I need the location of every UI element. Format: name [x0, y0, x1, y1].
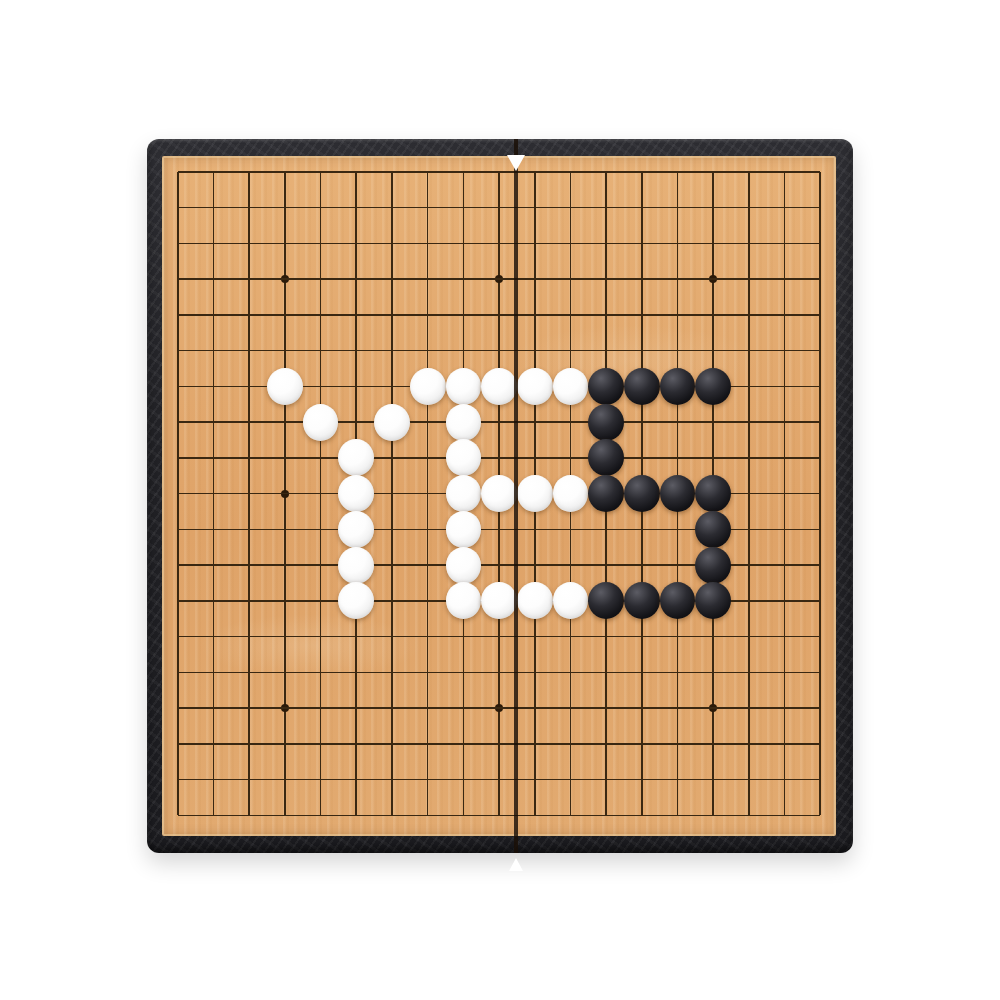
intersection [338, 690, 374, 726]
intersection [267, 583, 303, 619]
intersection [624, 261, 660, 297]
intersection [553, 261, 589, 297]
intersection [588, 547, 624, 583]
intersection [802, 261, 838, 297]
white-stone [446, 404, 482, 441]
intersection [231, 655, 267, 691]
intersection [695, 476, 731, 512]
intersection [660, 655, 696, 691]
intersection [731, 440, 767, 476]
intersection [517, 369, 553, 405]
intersection [338, 440, 374, 476]
intersection [553, 690, 589, 726]
intersection [517, 226, 553, 262]
intersection [588, 690, 624, 726]
intersection [695, 297, 731, 333]
intersection [517, 798, 553, 834]
intersection [731, 762, 767, 798]
intersection [338, 226, 374, 262]
intersection [660, 798, 696, 834]
intersection [553, 476, 589, 512]
intersection [267, 261, 303, 297]
white-stone [517, 475, 553, 512]
white-stone [446, 511, 482, 548]
intersection [446, 476, 482, 512]
intersection [338, 297, 374, 333]
intersection [410, 154, 446, 190]
intersection [588, 476, 624, 512]
intersection [446, 583, 482, 619]
intersection [767, 226, 803, 262]
intersection [446, 226, 482, 262]
intersection [588, 226, 624, 262]
intersection [660, 297, 696, 333]
intersection [802, 440, 838, 476]
black-stone [624, 475, 660, 512]
intersection [481, 476, 517, 512]
intersection [660, 726, 696, 762]
intersection [767, 619, 803, 655]
intersection [624, 655, 660, 691]
intersection [481, 655, 517, 691]
intersection [660, 440, 696, 476]
intersection [660, 190, 696, 226]
intersection [660, 583, 696, 619]
intersection [196, 512, 232, 548]
intersection [767, 297, 803, 333]
intersection [303, 619, 339, 655]
intersection [802, 655, 838, 691]
intersection [374, 655, 410, 691]
black-stone [624, 368, 660, 405]
intersection [481, 619, 517, 655]
intersection [767, 404, 803, 440]
white-stone [481, 368, 517, 405]
intersection [588, 655, 624, 691]
intersection [624, 154, 660, 190]
black-stone [695, 475, 731, 512]
intersection [695, 690, 731, 726]
intersection [695, 583, 731, 619]
intersection [481, 226, 517, 262]
intersection [553, 404, 589, 440]
intersection [446, 297, 482, 333]
black-stone [588, 439, 624, 476]
intersection [410, 798, 446, 834]
intersection [338, 619, 374, 655]
intersection [767, 583, 803, 619]
intersection [660, 512, 696, 548]
intersection [624, 762, 660, 798]
intersection [374, 226, 410, 262]
intersection [802, 583, 838, 619]
intersection [802, 226, 838, 262]
intersection [231, 476, 267, 512]
intersection [196, 726, 232, 762]
intersection [303, 726, 339, 762]
intersection [374, 547, 410, 583]
intersection [660, 261, 696, 297]
intersection [374, 297, 410, 333]
intersection [731, 297, 767, 333]
intersection [553, 619, 589, 655]
intersection [588, 297, 624, 333]
intersection [481, 726, 517, 762]
intersection [802, 619, 838, 655]
intersection [374, 762, 410, 798]
intersection [446, 333, 482, 369]
intersection [624, 404, 660, 440]
intersection [196, 690, 232, 726]
intersection [731, 154, 767, 190]
intersection [410, 226, 446, 262]
intersection [517, 726, 553, 762]
intersection [338, 154, 374, 190]
intersection [802, 297, 838, 333]
white-stone [446, 368, 482, 405]
intersection [446, 547, 482, 583]
intersection [410, 583, 446, 619]
intersection [446, 798, 482, 834]
intersection [410, 547, 446, 583]
intersection [660, 404, 696, 440]
intersection [517, 655, 553, 691]
intersection [267, 690, 303, 726]
intersection [303, 476, 339, 512]
intersection [196, 154, 232, 190]
intersection [624, 619, 660, 655]
intersection [303, 226, 339, 262]
intersection [410, 726, 446, 762]
intersection [196, 261, 232, 297]
white-stone [338, 439, 374, 476]
intersection [481, 512, 517, 548]
intersection [624, 583, 660, 619]
intersection [410, 404, 446, 440]
intersection [196, 619, 232, 655]
star-point [495, 275, 503, 283]
intersection [446, 690, 482, 726]
intersection [303, 547, 339, 583]
intersection [695, 655, 731, 691]
intersection [267, 369, 303, 405]
intersection [481, 690, 517, 726]
intersection [767, 655, 803, 691]
white-stone [553, 475, 589, 512]
intersection [481, 190, 517, 226]
white-stone [553, 582, 589, 619]
intersection [374, 440, 410, 476]
intersection [410, 333, 446, 369]
intersection [410, 655, 446, 691]
intersection [231, 154, 267, 190]
intersection [303, 655, 339, 691]
intersection [660, 226, 696, 262]
intersection [695, 619, 731, 655]
intersection [767, 547, 803, 583]
intersection [517, 762, 553, 798]
intersection [374, 619, 410, 655]
intersection [588, 726, 624, 762]
intersection [695, 440, 731, 476]
white-stone [446, 475, 482, 512]
white-stone [517, 582, 553, 619]
intersection [160, 512, 196, 548]
intersection [303, 333, 339, 369]
intersection [267, 476, 303, 512]
intersection [660, 547, 696, 583]
intersection [731, 512, 767, 548]
white-stone [338, 475, 374, 512]
intersection [160, 547, 196, 583]
intersection [731, 726, 767, 762]
intersection [517, 333, 553, 369]
intersection [802, 762, 838, 798]
intersection [231, 333, 267, 369]
hinge-seam [514, 139, 518, 853]
intersection [160, 798, 196, 834]
intersection [767, 762, 803, 798]
intersection [410, 261, 446, 297]
intersection [588, 798, 624, 834]
intersection [374, 404, 410, 440]
intersection [767, 154, 803, 190]
intersection [624, 726, 660, 762]
intersection [303, 798, 339, 834]
board-frame [147, 139, 853, 853]
intersection [660, 369, 696, 405]
intersection [196, 333, 232, 369]
intersection [374, 726, 410, 762]
intersection [767, 690, 803, 726]
intersection [624, 440, 660, 476]
intersection [338, 798, 374, 834]
intersection [624, 333, 660, 369]
intersection [624, 547, 660, 583]
intersection [553, 762, 589, 798]
intersection [588, 261, 624, 297]
intersection [517, 619, 553, 655]
intersection [767, 333, 803, 369]
intersection [802, 512, 838, 548]
intersection [231, 369, 267, 405]
intersection [231, 226, 267, 262]
intersection [303, 440, 339, 476]
intersection [446, 726, 482, 762]
intersection [695, 726, 731, 762]
intersection [303, 154, 339, 190]
intersection [267, 547, 303, 583]
intersection [660, 154, 696, 190]
intersection [553, 226, 589, 262]
intersection [481, 261, 517, 297]
intersection [517, 297, 553, 333]
intersection [410, 297, 446, 333]
intersection [196, 226, 232, 262]
intersection [446, 762, 482, 798]
intersection [160, 333, 196, 369]
intersection [588, 619, 624, 655]
intersection [731, 226, 767, 262]
intersection [553, 297, 589, 333]
intersection [231, 762, 267, 798]
intersection [553, 369, 589, 405]
intersection [338, 512, 374, 548]
white-stone [481, 475, 517, 512]
intersection [517, 547, 553, 583]
intersection [338, 547, 374, 583]
intersection [695, 547, 731, 583]
intersection [695, 512, 731, 548]
intersection [553, 547, 589, 583]
intersection [338, 476, 374, 512]
intersection [517, 404, 553, 440]
intersection [303, 583, 339, 619]
intersection [767, 190, 803, 226]
intersection [231, 440, 267, 476]
intersection [695, 261, 731, 297]
star-point [281, 275, 289, 283]
black-stone [660, 582, 696, 619]
intersection [303, 261, 339, 297]
intersection [802, 333, 838, 369]
intersection [695, 369, 731, 405]
intersection [767, 798, 803, 834]
intersection [267, 333, 303, 369]
intersection [731, 690, 767, 726]
intersection [660, 476, 696, 512]
intersection [802, 547, 838, 583]
black-stone [695, 511, 731, 548]
intersection [160, 369, 196, 405]
intersection [338, 404, 374, 440]
intersection [481, 583, 517, 619]
white-stone [374, 404, 410, 441]
intersection [553, 154, 589, 190]
intersection [553, 655, 589, 691]
black-stone [588, 475, 624, 512]
intersection [374, 261, 410, 297]
intersection [802, 369, 838, 405]
intersection [231, 512, 267, 548]
intersection [588, 404, 624, 440]
intersection [267, 404, 303, 440]
intersection [660, 690, 696, 726]
black-stone [588, 404, 624, 441]
intersection [410, 762, 446, 798]
intersection [267, 440, 303, 476]
intersection [267, 512, 303, 548]
intersection [160, 261, 196, 297]
intersection [624, 690, 660, 726]
intersection [553, 583, 589, 619]
intersection [802, 690, 838, 726]
intersection [624, 512, 660, 548]
intersection [624, 798, 660, 834]
intersection [410, 190, 446, 226]
white-stone [267, 368, 303, 405]
intersection [624, 190, 660, 226]
intersection [160, 762, 196, 798]
intersection [695, 798, 731, 834]
intersection [267, 190, 303, 226]
intersection [410, 440, 446, 476]
intersection [231, 404, 267, 440]
intersection [160, 297, 196, 333]
intersection [231, 547, 267, 583]
intersection [446, 619, 482, 655]
white-stone [338, 511, 374, 548]
intersection [767, 440, 803, 476]
intersection [517, 690, 553, 726]
black-stone [695, 582, 731, 619]
intersection [338, 190, 374, 226]
intersection [410, 476, 446, 512]
black-stone [588, 368, 624, 405]
intersection [267, 226, 303, 262]
white-stone [446, 547, 482, 584]
intersection [338, 726, 374, 762]
white-stone [446, 439, 482, 476]
intersection [553, 726, 589, 762]
intersection [731, 190, 767, 226]
intersection [231, 726, 267, 762]
intersection [410, 512, 446, 548]
intersection [303, 762, 339, 798]
intersection [517, 476, 553, 512]
intersection [446, 512, 482, 548]
intersection [695, 190, 731, 226]
intersection [695, 762, 731, 798]
intersection [767, 512, 803, 548]
intersection [196, 547, 232, 583]
intersection [802, 726, 838, 762]
intersection [231, 583, 267, 619]
intersection [446, 369, 482, 405]
intersection [731, 261, 767, 297]
intersection [160, 726, 196, 762]
intersection [588, 440, 624, 476]
intersection [160, 154, 196, 190]
intersection [196, 369, 232, 405]
white-stone [553, 368, 589, 405]
intersection [731, 655, 767, 691]
white-stone [338, 582, 374, 619]
intersection [517, 583, 553, 619]
intersection [731, 369, 767, 405]
intersection [695, 226, 731, 262]
white-stone [446, 582, 482, 619]
intersection [517, 190, 553, 226]
intersection [553, 798, 589, 834]
black-stone [660, 368, 696, 405]
intersection [231, 261, 267, 297]
intersection [374, 583, 410, 619]
intersection [338, 369, 374, 405]
star-point [281, 490, 289, 498]
intersection [374, 190, 410, 226]
intersection [231, 297, 267, 333]
intersection [374, 476, 410, 512]
intersection [588, 369, 624, 405]
intersection [267, 798, 303, 834]
star-point [709, 704, 717, 712]
intersection [160, 404, 196, 440]
intersection [196, 798, 232, 834]
intersection [588, 154, 624, 190]
intersection [553, 190, 589, 226]
black-stone [695, 368, 731, 405]
